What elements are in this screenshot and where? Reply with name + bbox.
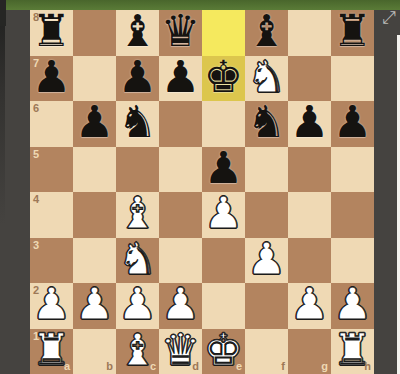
square-e4[interactable]: ♟	[202, 192, 245, 238]
square-a6[interactable]: 6	[30, 101, 73, 147]
square-f1[interactable]: f	[245, 329, 288, 374]
rank-label-4: 4	[33, 194, 39, 205]
square-g8[interactable]	[288, 10, 331, 56]
square-e3[interactable]	[202, 238, 245, 284]
top-left-corner-shadow	[0, 0, 6, 26]
square-d4[interactable]	[159, 192, 202, 238]
piece-black-bishop[interactable]: ♝	[118, 9, 157, 53]
square-b1[interactable]: b	[73, 329, 116, 374]
square-h7[interactable]	[331, 56, 374, 102]
piece-black-pawn[interactable]: ♟	[161, 55, 200, 99]
piece-black-pawn[interactable]: ♟	[118, 55, 157, 99]
piece-black-knight[interactable]: ♞	[118, 100, 157, 144]
square-f8[interactable]: ♝	[245, 10, 288, 56]
square-e5[interactable]: ♟	[202, 147, 245, 193]
square-c2[interactable]: ♟	[116, 283, 159, 329]
chess-board[interactable]: 8♜♝♛♝♜7♟♟♟♚♞6♟♞♞♟♟5♟4♝♟3♞♟2♟♟♟♟♟♟1a♜bc♝d…	[30, 10, 374, 374]
file-label-f: f	[281, 361, 285, 372]
piece-white-king[interactable]: ♚	[204, 328, 243, 372]
square-c6[interactable]: ♞	[116, 101, 159, 147]
square-b2[interactable]: ♟	[73, 283, 116, 329]
square-g1[interactable]: g	[288, 329, 331, 374]
piece-black-pawn[interactable]: ♟	[204, 146, 243, 190]
piece-black-rook[interactable]: ♜	[333, 9, 372, 53]
piece-white-pawn[interactable]: ♟	[75, 282, 114, 326]
square-d2[interactable]: ♟	[159, 283, 202, 329]
piece-white-queen[interactable]: ♛	[161, 328, 200, 372]
square-g4[interactable]	[288, 192, 331, 238]
piece-black-pawn[interactable]: ♟	[290, 100, 329, 144]
square-b6[interactable]: ♟	[73, 101, 116, 147]
square-e7[interactable]: ♚	[202, 56, 245, 102]
square-b3[interactable]	[73, 238, 116, 284]
square-c4[interactable]: ♝	[116, 192, 159, 238]
square-h5[interactable]	[331, 147, 374, 193]
square-f2[interactable]	[245, 283, 288, 329]
square-g7[interactable]	[288, 56, 331, 102]
square-d8[interactable]: ♛	[159, 10, 202, 56]
square-g6[interactable]: ♟	[288, 101, 331, 147]
square-b8[interactable]	[73, 10, 116, 56]
rank-label-6: 6	[33, 103, 39, 114]
square-c3[interactable]: ♞	[116, 238, 159, 284]
file-label-g: g	[321, 361, 328, 372]
piece-white-knight[interactable]: ♞	[247, 55, 286, 99]
square-d7[interactable]: ♟	[159, 56, 202, 102]
square-c7[interactable]: ♟	[116, 56, 159, 102]
rank-label-5: 5	[33, 149, 39, 160]
piece-white-pawn[interactable]: ♟	[161, 282, 200, 326]
square-b7[interactable]	[73, 56, 116, 102]
square-h8[interactable]: ♜	[331, 10, 374, 56]
piece-white-rook[interactable]: ♜	[32, 328, 71, 372]
square-h6[interactable]: ♟	[331, 101, 374, 147]
piece-white-pawn[interactable]: ♟	[290, 282, 329, 326]
square-a7[interactable]: 7♟	[30, 56, 73, 102]
piece-black-queen[interactable]: ♛	[161, 9, 200, 53]
square-h1[interactable]: h♜	[331, 329, 374, 374]
square-f6[interactable]: ♞	[245, 101, 288, 147]
square-h2[interactable]: ♟	[331, 283, 374, 329]
piece-black-knight[interactable]: ♞	[247, 100, 286, 144]
square-h4[interactable]	[331, 192, 374, 238]
piece-black-pawn[interactable]: ♟	[333, 100, 372, 144]
piece-white-pawn[interactable]: ♟	[32, 282, 71, 326]
square-c8[interactable]: ♝	[116, 10, 159, 56]
square-d1[interactable]: d♛	[159, 329, 202, 374]
square-d3[interactable]	[159, 238, 202, 284]
left-background-shade	[0, 0, 5, 374]
square-c5[interactable]	[116, 147, 159, 193]
square-b5[interactable]	[73, 147, 116, 193]
piece-black-rook[interactable]: ♜	[32, 9, 71, 53]
square-f4[interactable]	[245, 192, 288, 238]
piece-black-pawn[interactable]: ♟	[32, 55, 71, 99]
expand-board-icon[interactable]: ⤢	[380, 8, 398, 26]
square-b4[interactable]	[73, 192, 116, 238]
square-e2[interactable]	[202, 283, 245, 329]
square-a1[interactable]: 1a♜	[30, 329, 73, 374]
square-a2[interactable]: 2♟	[30, 283, 73, 329]
square-f7[interactable]: ♞	[245, 56, 288, 102]
square-a3[interactable]: 3	[30, 238, 73, 284]
square-h3[interactable]	[331, 238, 374, 284]
piece-white-rook[interactable]: ♜	[333, 328, 372, 372]
rank-label-3: 3	[33, 240, 39, 251]
piece-white-pawn[interactable]: ♟	[118, 282, 157, 326]
piece-white-bishop[interactable]: ♝	[118, 328, 157, 372]
square-a5[interactable]: 5	[30, 147, 73, 193]
square-d5[interactable]	[159, 147, 202, 193]
piece-black-pawn[interactable]: ♟	[75, 100, 114, 144]
piece-white-knight[interactable]: ♞	[118, 237, 157, 281]
square-f5[interactable]	[245, 147, 288, 193]
piece-white-bishop[interactable]: ♝	[118, 191, 157, 235]
piece-white-pawn[interactable]: ♟	[204, 191, 243, 235]
square-e8[interactable]	[202, 10, 245, 56]
square-e6[interactable]	[202, 101, 245, 147]
piece-white-pawn[interactable]: ♟	[247, 237, 286, 281]
square-g3[interactable]	[288, 238, 331, 284]
square-c1[interactable]: c♝	[116, 329, 159, 374]
piece-black-bishop[interactable]: ♝	[247, 9, 286, 53]
square-e1[interactable]: e♚	[202, 329, 245, 374]
square-f3[interactable]: ♟	[245, 238, 288, 284]
file-label-b: b	[106, 361, 113, 372]
square-a4[interactable]: 4	[30, 192, 73, 238]
square-a8[interactable]: 8♜	[30, 10, 73, 56]
square-g5[interactable]	[288, 147, 331, 193]
piece-black-king[interactable]: ♚	[204, 55, 243, 99]
square-g2[interactable]: ♟	[288, 283, 331, 329]
piece-white-pawn[interactable]: ♟	[333, 282, 372, 326]
square-d6[interactable]	[159, 101, 202, 147]
